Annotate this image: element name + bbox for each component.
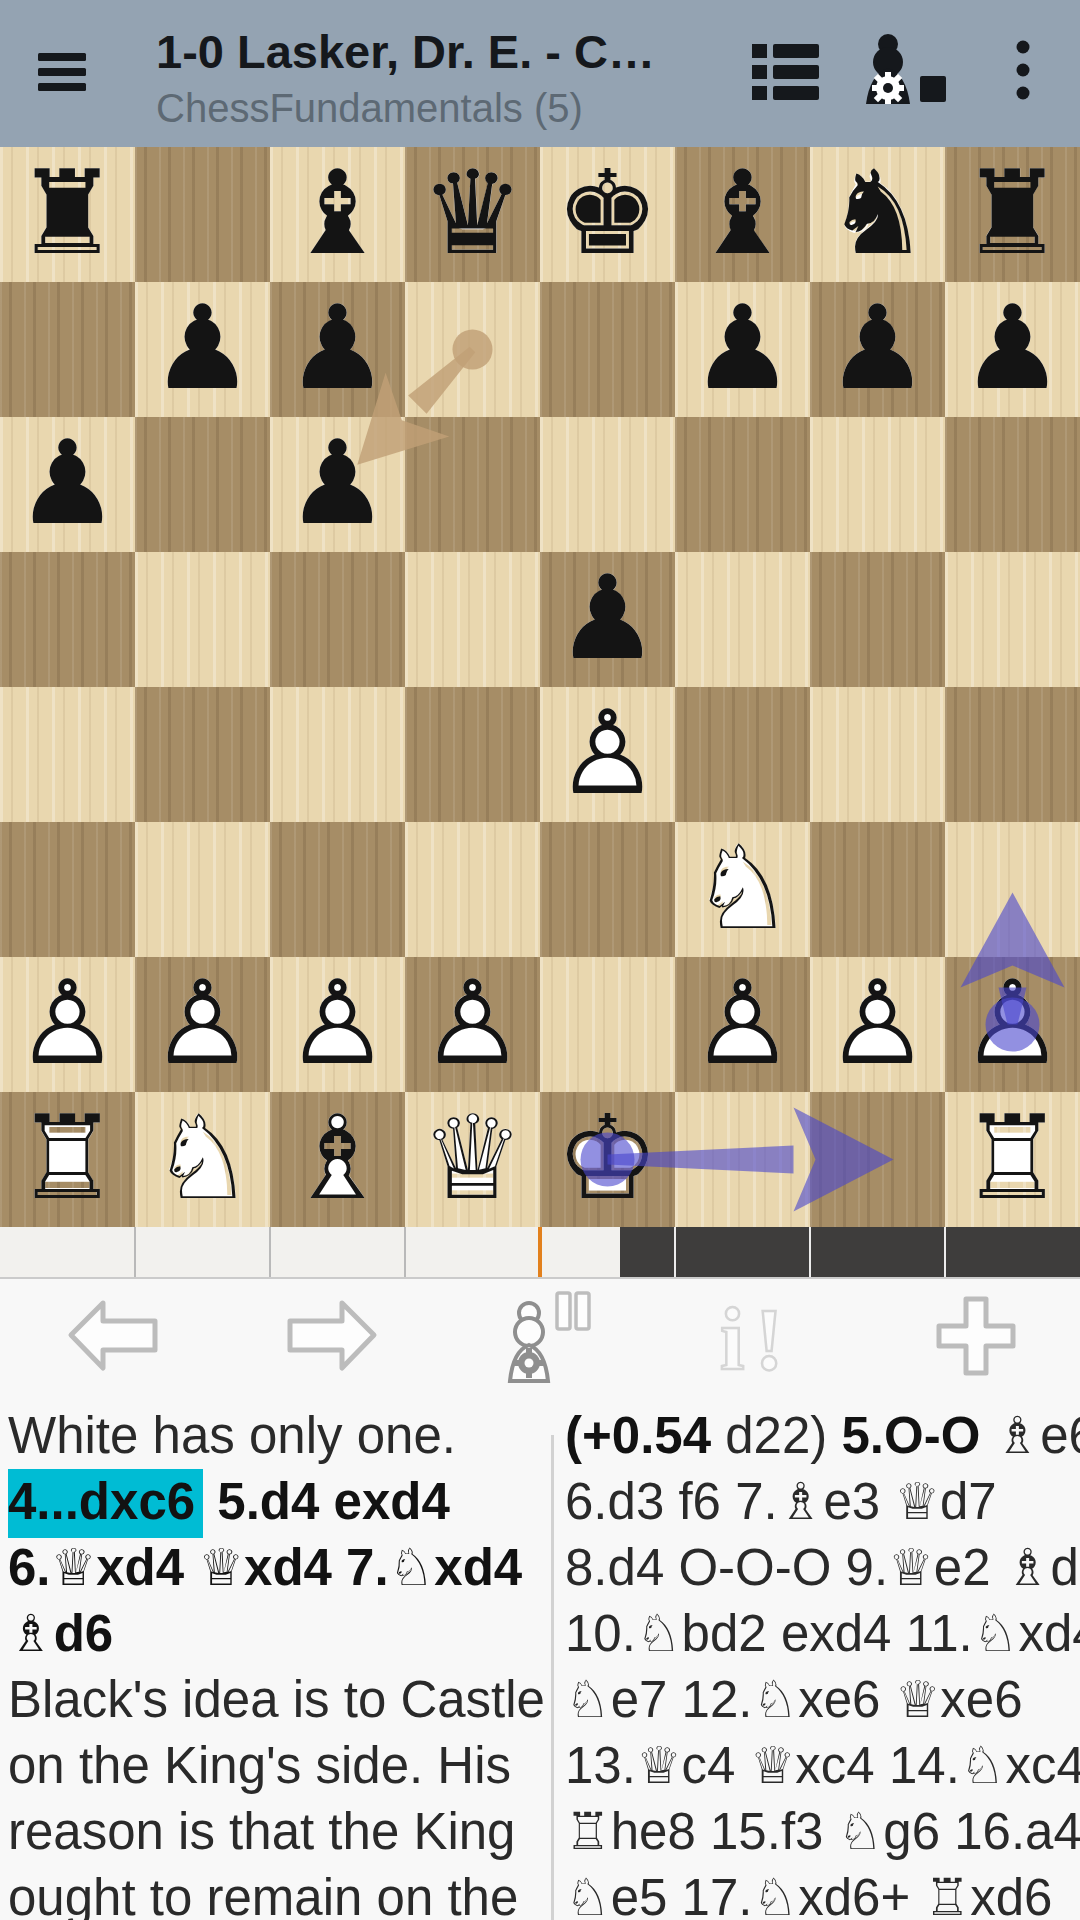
square-h1[interactable]: ♜♖ <box>945 1092 1080 1227</box>
notation-line: ♖he8 15.f3 ♘g6 16.a4 <box>565 1799 1080 1865</box>
square-c2[interactable]: ♟♙ <box>270 957 405 1092</box>
notation-line[interactable]: 4...dxc6 5.d4 exd4 <box>8 1469 548 1535</box>
square-b6[interactable] <box>135 417 270 552</box>
notation-line[interactable]: (+0.54 d22) 5.O-O ♗e6 <box>565 1403 1080 1469</box>
piece-fill: ♙ <box>135 282 270 417</box>
piece-fill: ♟ <box>0 957 135 1092</box>
notation-line: 10.♘bd2 exd4 11.♘xd4 <box>565 1601 1080 1667</box>
piece-fill: ♙ <box>945 282 1080 417</box>
piece-black-bishop: ♝ <box>675 147 810 282</box>
piece-white-pawn: ♙ <box>540 687 675 822</box>
square-c8[interactable]: ♗♝ <box>270 147 405 282</box>
square-g8[interactable]: ♘♞ <box>810 147 945 282</box>
square-d1[interactable]: ♛♕ <box>405 1092 540 1227</box>
panel-divider <box>551 1435 554 1920</box>
annotation-text: 8.d4 O-O-O 9.♕e2 ♗d6 <box>565 1539 1080 1596</box>
annotation-column[interactable]: White has only one.4...dxc6 5.d4 exd46.♕… <box>8 1403 548 1920</box>
engine-pause-icon <box>510 1293 589 1381</box>
square-g1[interactable] <box>810 1092 945 1227</box>
notation-line: 13.♕c4 ♕xc4 14.♘xc4 <box>565 1733 1080 1799</box>
move-list-icon[interactable] <box>752 44 820 102</box>
piece-white-pawn: ♙ <box>135 957 270 1092</box>
square-h7[interactable]: ♙♟ <box>945 282 1080 417</box>
piece-white-pawn: ♙ <box>945 957 1080 1092</box>
plus-icon <box>939 1299 1013 1373</box>
square-b7[interactable]: ♙♟ <box>135 282 270 417</box>
piece-black-pawn: ♟ <box>270 417 405 552</box>
square-e5[interactable]: ♙♟ <box>540 552 675 687</box>
piece-fill: ♟ <box>135 957 270 1092</box>
square-g4[interactable] <box>810 687 945 822</box>
square-f6[interactable] <box>675 417 810 552</box>
square-a8[interactable]: ♖♜ <box>0 147 135 282</box>
square-b5[interactable] <box>135 552 270 687</box>
notation-line: Black's idea is to Castle <box>8 1667 548 1733</box>
piece-fill: ♟ <box>270 957 405 1092</box>
square-a1[interactable]: ♜♖ <box>0 1092 135 1227</box>
piece-fill: ♕ <box>405 147 540 282</box>
engine-analysis-button[interactable] <box>497 1289 597 1385</box>
piece-black-knight: ♞ <box>810 147 945 282</box>
square-b2[interactable]: ♟♙ <box>135 957 270 1092</box>
square-a7[interactable] <box>0 282 135 417</box>
piece-black-pawn: ♟ <box>270 282 405 417</box>
progress-segment-divider <box>269 1227 271 1277</box>
square-a2[interactable]: ♟♙ <box>0 957 135 1092</box>
menu-icon[interactable] <box>38 53 90 95</box>
square-h5[interactable] <box>945 552 1080 687</box>
notation-line[interactable]: 6.♕xd4 ♕xd4 7.♘xd4 <box>8 1535 548 1601</box>
engine-stop-icon[interactable] <box>858 32 953 110</box>
piece-black-king: ♚ <box>540 147 675 282</box>
square-e6[interactable] <box>540 417 675 552</box>
piece-fill: ♙ <box>540 552 675 687</box>
square-a3[interactable] <box>0 822 135 957</box>
piece-black-pawn: ♟ <box>810 282 945 417</box>
piece-fill: ♝ <box>270 1092 405 1227</box>
progress-segment-divider <box>404 1227 406 1277</box>
notation-line: White has only one. <box>8 1403 548 1469</box>
piece-fill: ♙ <box>270 417 405 552</box>
notation-line: reason is that the King <box>8 1799 548 1865</box>
piece-black-rook: ♜ <box>945 147 1080 282</box>
piece-black-pawn: ♟ <box>945 282 1080 417</box>
piece-white-knight: ♘ <box>135 1092 270 1227</box>
square-h4[interactable] <box>945 687 1080 822</box>
square-h8[interactable]: ♖♜ <box>945 147 1080 282</box>
piece-white-pawn: ♙ <box>810 957 945 1092</box>
square-g2[interactable]: ♟♙ <box>810 957 945 1092</box>
piece-fill: ♗ <box>270 147 405 282</box>
page-subtitle: ChessFundamentals (5) <box>156 86 583 131</box>
square-d6[interactable] <box>405 417 540 552</box>
game-progress-bar[interactable] <box>0 1227 1080 1279</box>
chess-board[interactable]: ♖♜♗♝♕♛♔♚♗♝♘♞♖♜♙♟♙♟♙♟♙♟♙♟♙♟♙♟♙♟♟♙♞♘♟♙♟♙♟♙… <box>0 147 1080 1227</box>
piece-fill: ♗ <box>675 147 810 282</box>
notation-line: on the King's side. His <box>8 1733 548 1799</box>
piece-fill: ♘ <box>810 147 945 282</box>
annotation-text: ♘e7 12.♘xe6 ♕xe6 <box>565 1671 1023 1728</box>
square-c1[interactable]: ♝♗ <box>270 1092 405 1227</box>
annotation-text: ♗e6 <box>980 1407 1080 1464</box>
piece-fill: ♟ <box>540 687 675 822</box>
annotation-text: ♘e5 17.♘xd6+ ♖xd6 <box>565 1869 1052 1920</box>
square-e4[interactable]: ♟♙ <box>540 687 675 822</box>
engine-line-column[interactable]: (+0.54 d22) 5.O-O ♗e66.d3 f6 7.♗e3 ♕d78.… <box>565 1403 1080 1920</box>
previous-move-button[interactable] <box>63 1297 163 1377</box>
annotation-text: Black's idea is to Castle <box>8 1671 545 1728</box>
square-f5[interactable] <box>675 552 810 687</box>
piece-black-pawn: ♟ <box>540 552 675 687</box>
progress-played-segment <box>0 1227 620 1277</box>
piece-fill: ♟ <box>405 957 540 1092</box>
square-c6[interactable]: ♙♟ <box>270 417 405 552</box>
square-e8[interactable]: ♔♚ <box>540 147 675 282</box>
annotation-text: on the King's side. His <box>8 1737 511 1794</box>
piece-fill: ♛ <box>405 1092 540 1227</box>
square-f8[interactable]: ♗♝ <box>675 147 810 282</box>
square-g3[interactable] <box>810 822 945 957</box>
square-e7[interactable] <box>540 282 675 417</box>
board-area: ♖♜♗♝♕♛♔♚♗♝♘♞♖♜♙♟♙♟♙♟♙♟♙♟♙♟♙♟♙♟♟♙♞♘♟♙♟♙♟♙… <box>0 147 1080 1227</box>
square-c3[interactable] <box>270 822 405 957</box>
info-alert-icon: i! <box>720 1291 794 1383</box>
annotation-text: reason is that the King <box>8 1803 516 1860</box>
annotation-text: 6.d3 f6 7.♗e3 ♕d7 <box>565 1473 997 1530</box>
square-g6[interactable] <box>810 417 945 552</box>
move-text[interactable]: 5.O-O <box>841 1407 980 1464</box>
notation-line: 6.d3 f6 7.♗e3 ♕d7 <box>565 1469 1080 1535</box>
piece-black-queen: ♛ <box>405 147 540 282</box>
piece-white-rook: ♖ <box>0 1092 135 1227</box>
square-f3[interactable]: ♞♘ <box>675 822 810 957</box>
piece-white-king: ♔ <box>540 1092 675 1227</box>
piece-black-pawn: ♟ <box>675 282 810 417</box>
progress-remaining-segment <box>620 1227 1080 1277</box>
square-h2[interactable]: ♟♙ <box>945 957 1080 1092</box>
square-a6[interactable]: ♙♟ <box>0 417 135 552</box>
piece-fill: ♟ <box>945 957 1080 1092</box>
move-text[interactable]: ♗d6 <box>8 1605 113 1662</box>
square-c5[interactable] <box>270 552 405 687</box>
square-b4[interactable] <box>135 687 270 822</box>
piece-fill: ♞ <box>135 1092 270 1227</box>
square-g7[interactable]: ♙♟ <box>810 282 945 417</box>
square-d4[interactable] <box>405 687 540 822</box>
notation-line: ought to remain on the <box>8 1865 548 1920</box>
piece-white-queen: ♕ <box>405 1092 540 1227</box>
square-f1[interactable] <box>675 1092 810 1227</box>
piece-white-pawn: ♙ <box>405 957 540 1092</box>
square-h6[interactable] <box>945 417 1080 552</box>
square-a5[interactable] <box>0 552 135 687</box>
progress-segment-divider <box>134 1227 136 1277</box>
square-g5[interactable] <box>810 552 945 687</box>
piece-fill: ♖ <box>945 147 1080 282</box>
square-e1[interactable]: ♚♔ <box>540 1092 675 1227</box>
piece-fill: ♟ <box>675 957 810 1092</box>
notation-line: ♘e7 12.♘xe6 ♕xe6 <box>565 1667 1080 1733</box>
square-c4[interactable] <box>270 687 405 822</box>
gear-icon <box>872 72 904 104</box>
annotation-info-button[interactable]: i! <box>712 1291 807 1383</box>
piece-white-rook: ♖ <box>945 1092 1080 1227</box>
move-text[interactable] <box>203 1473 217 1530</box>
piece-fill: ♔ <box>540 147 675 282</box>
piece-black-pawn: ♟ <box>135 282 270 417</box>
square-d7[interactable] <box>405 282 540 417</box>
piece-fill: ♖ <box>0 147 135 282</box>
annotation-text: White has only one. <box>8 1407 456 1464</box>
piece-fill: ♞ <box>675 822 810 957</box>
next-move-button[interactable] <box>282 1297 382 1377</box>
progress-segment-divider <box>809 1227 811 1277</box>
notation-panel: White has only one.4...dxc6 5.d4 exd46.♕… <box>0 1395 1080 1920</box>
progress-segment-divider <box>944 1227 946 1277</box>
arrow-left-icon <box>71 1303 155 1368</box>
move-text[interactable]: (+0.54 <box>565 1407 711 1464</box>
piece-fill: ♚ <box>540 1092 675 1227</box>
move-text[interactable]: 5.d4 exd4 <box>217 1473 449 1530</box>
annotation-text: d22) <box>711 1407 841 1464</box>
square-a4[interactable] <box>0 687 135 822</box>
square-f7[interactable]: ♙♟ <box>675 282 810 417</box>
stop-square-icon <box>920 76 946 102</box>
piece-fill: ♜ <box>945 1092 1080 1227</box>
notation-line: 8.d4 O-O-O 9.♕e2 ♗d6 <box>565 1535 1080 1601</box>
add-move-button[interactable] <box>933 1293 1019 1379</box>
square-b8[interactable] <box>135 147 270 282</box>
square-d5[interactable] <box>405 552 540 687</box>
arrow-right-icon <box>290 1303 374 1368</box>
progress-current-marker <box>538 1227 542 1277</box>
piece-white-knight: ♘ <box>675 822 810 957</box>
move-text[interactable]: 6.♕xd4 ♕xd4 7.♘xd4 <box>8 1539 522 1596</box>
piece-white-bishop: ♗ <box>270 1092 405 1227</box>
square-f2[interactable]: ♟♙ <box>675 957 810 1092</box>
navigation-toolbar: i! <box>0 1279 1080 1395</box>
piece-black-rook: ♜ <box>0 147 135 282</box>
square-d3[interactable] <box>405 822 540 957</box>
annotation-text: 13.♕c4 ♕xc4 14.♘xc4 <box>565 1737 1080 1794</box>
piece-fill: ♙ <box>270 282 405 417</box>
square-d2[interactable]: ♟♙ <box>405 957 540 1092</box>
piece-fill: ♟ <box>810 957 945 1092</box>
overflow-menu-icon[interactable] <box>1016 40 1030 102</box>
piece-white-pawn: ♙ <box>675 957 810 1092</box>
square-f4[interactable] <box>675 687 810 822</box>
current-move-highlight[interactable]: 4...dxc6 <box>8 1469 203 1538</box>
piece-fill: ♜ <box>0 1092 135 1227</box>
square-e2[interactable] <box>540 957 675 1092</box>
notation-line: ♘e5 17.♘xd6+ ♖xd6 <box>565 1865 1080 1920</box>
piece-white-pawn: ♙ <box>270 957 405 1092</box>
piece-fill: ♙ <box>675 282 810 417</box>
piece-white-pawn: ♙ <box>0 957 135 1092</box>
square-h3[interactable] <box>945 822 1080 957</box>
piece-black-bishop: ♝ <box>270 147 405 282</box>
annotation-text: ♖he8 15.f3 ♘g6 16.a4 <box>565 1803 1080 1860</box>
progress-segment-divider <box>674 1227 676 1277</box>
annotation-text: ought to remain on the <box>8 1869 518 1920</box>
square-e3[interactable] <box>540 822 675 957</box>
square-b1[interactable]: ♞♘ <box>135 1092 270 1227</box>
app-header: 1-0 Lasker, Dr. E. - C… ChessFundamental… <box>0 0 1080 147</box>
annotation-text: 10.♘bd2 exd4 11.♘xd4 <box>565 1605 1080 1662</box>
piece-fill: ♙ <box>810 282 945 417</box>
page-title: 1-0 Lasker, Dr. E. - C… <box>156 24 655 79</box>
notation-line[interactable]: ♗d6 <box>8 1601 548 1667</box>
square-d8[interactable]: ♕♛ <box>405 147 540 282</box>
square-b3[interactable] <box>135 822 270 957</box>
piece-fill: ♙ <box>0 417 135 552</box>
piece-black-pawn: ♟ <box>0 417 135 552</box>
square-c7[interactable]: ♙♟ <box>270 282 405 417</box>
